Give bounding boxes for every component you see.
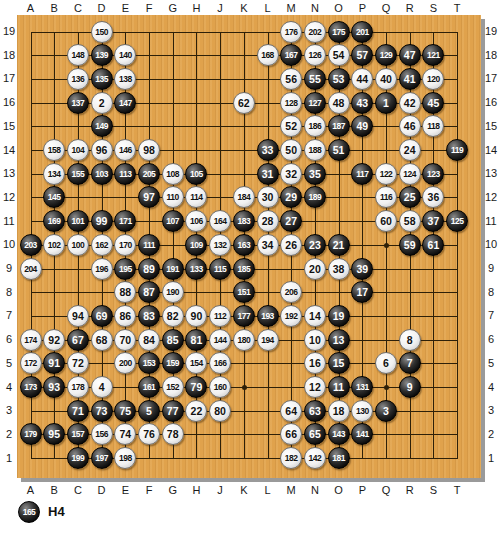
stone-B11: 169 <box>43 210 65 232</box>
stone-S13: 123 <box>422 163 444 185</box>
stone-N17: 55 <box>304 68 326 90</box>
stone-N5: 16 <box>304 352 326 374</box>
stone-L7: 193 <box>257 305 279 327</box>
stone-C16: 137 <box>67 92 89 114</box>
stone-G3: 77 <box>162 400 184 422</box>
stone-G13: 108 <box>162 163 184 185</box>
stone-R6: 8 <box>399 329 421 351</box>
stone-N18: 126 <box>304 44 326 66</box>
stone-N7: 14 <box>304 305 326 327</box>
row-label-left: 19 <box>0 25 18 38</box>
stone-P17: 44 <box>351 68 373 90</box>
stone-P19: 201 <box>351 21 373 43</box>
stone-G5: 159 <box>162 352 184 374</box>
col-label-bottom: N <box>307 484 323 497</box>
caption-stone-165: 165 <box>18 501 40 523</box>
stone-B14: 158 <box>43 139 65 161</box>
stone-M18: 167 <box>280 44 302 66</box>
stone-P9: 39 <box>351 258 373 280</box>
stone-N9: 20 <box>304 258 326 280</box>
stone-N1: 142 <box>304 447 326 469</box>
stone-Q13: 122 <box>375 163 397 185</box>
stone-H6: 81 <box>185 329 207 351</box>
stone-Q12: 116 <box>375 186 397 208</box>
stone-N14: 188 <box>304 139 326 161</box>
stone-N3: 63 <box>304 400 326 422</box>
row-label-left: 10 <box>0 238 18 251</box>
stone-D13: 103 <box>91 163 113 185</box>
row-label-right: 14 <box>482 144 500 157</box>
stone-F6: 84 <box>138 329 160 351</box>
stone-A2: 179 <box>20 423 42 445</box>
stone-C10: 100 <box>67 234 89 256</box>
stone-R17: 41 <box>399 68 421 90</box>
stone-E3: 75 <box>114 400 136 422</box>
stone-C4: 178 <box>67 376 89 398</box>
stone-K16: 62 <box>233 92 255 114</box>
stone-K10: 163 <box>233 234 255 256</box>
stone-A4: 173 <box>20 376 42 398</box>
stone-E11: 171 <box>114 210 136 232</box>
stone-N12: 189 <box>304 186 326 208</box>
row-label-right: 12 <box>482 191 500 204</box>
stone-E9: 195 <box>114 258 136 280</box>
col-label-top: B <box>46 2 62 15</box>
stone-R11: 58 <box>399 210 421 232</box>
stone-S18: 121 <box>422 44 444 66</box>
stone-Q3: 3 <box>375 400 397 422</box>
stone-L14: 33 <box>257 139 279 161</box>
stone-H5: 154 <box>185 352 207 374</box>
col-label-top: L <box>260 2 276 15</box>
stone-L6: 194 <box>257 329 279 351</box>
stone-G2: 78 <box>162 423 184 445</box>
stone-J10: 132 <box>209 234 231 256</box>
stone-R4: 9 <box>399 376 421 398</box>
stone-P4: 131 <box>351 376 373 398</box>
stone-R5: 7 <box>399 352 421 374</box>
star-point <box>242 385 247 390</box>
row-label-right: 6 <box>482 333 500 346</box>
col-label-top: N <box>307 2 323 15</box>
stone-J6: 144 <box>209 329 231 351</box>
stone-A6: 174 <box>20 329 42 351</box>
row-label-left: 14 <box>0 144 18 157</box>
col-label-bottom: J <box>212 484 228 497</box>
stone-K9: 185 <box>233 258 255 280</box>
col-label-top: A <box>23 2 39 15</box>
col-label-bottom: A <box>23 484 39 497</box>
stone-F3: 5 <box>138 400 160 422</box>
stone-F13: 205 <box>138 163 160 185</box>
col-label-top: E <box>117 2 133 15</box>
stone-F7: 83 <box>138 305 160 327</box>
stone-C7: 94 <box>67 305 89 327</box>
col-label-top: G <box>165 2 181 15</box>
row-label-left: 3 <box>0 404 18 417</box>
stone-N10: 23 <box>304 234 326 256</box>
stone-S10: 61 <box>422 234 444 256</box>
stone-O4: 11 <box>328 376 350 398</box>
stone-R18: 47 <box>399 44 421 66</box>
grid-vline <box>457 32 458 460</box>
stone-G8: 190 <box>162 281 184 303</box>
row-label-left: 9 <box>0 262 18 275</box>
stone-B5: 91 <box>43 352 65 374</box>
stone-K7: 177 <box>233 305 255 327</box>
stone-M19: 176 <box>280 21 302 43</box>
stone-C13: 155 <box>67 163 89 185</box>
row-label-right: 15 <box>482 120 500 133</box>
stone-E7: 86 <box>114 305 136 327</box>
stone-P18: 57 <box>351 44 373 66</box>
stone-F12: 97 <box>138 186 160 208</box>
stone-M17: 56 <box>280 68 302 90</box>
stone-F8: 87 <box>138 281 160 303</box>
stone-D16: 2 <box>91 92 113 114</box>
stone-S16: 45 <box>422 92 444 114</box>
row-label-right: 2 <box>482 428 500 441</box>
col-label-bottom: S <box>425 484 441 497</box>
col-label-bottom: G <box>165 484 181 497</box>
stone-S17: 120 <box>422 68 444 90</box>
row-label-right: 8 <box>482 286 500 299</box>
stone-E6: 70 <box>114 329 136 351</box>
stone-J9: 115 <box>209 258 231 280</box>
stone-E2: 74 <box>114 423 136 445</box>
col-label-bottom: H <box>188 484 204 497</box>
star-point <box>384 385 389 390</box>
col-label-bottom: M <box>283 484 299 497</box>
stone-B10: 102 <box>43 234 65 256</box>
stone-G4: 152 <box>162 376 184 398</box>
stone-N4: 12 <box>304 376 326 398</box>
col-label-top: F <box>141 2 157 15</box>
stone-O7: 19 <box>328 305 350 327</box>
stone-F4: 161 <box>138 376 160 398</box>
stone-P16: 43 <box>351 92 373 114</box>
stone-B4: 93 <box>43 376 65 398</box>
stone-M11: 27 <box>280 210 302 232</box>
stone-E16: 147 <box>114 92 136 114</box>
stone-D18: 139 <box>91 44 113 66</box>
stone-J5: 166 <box>209 352 231 374</box>
stone-D3: 73 <box>91 400 113 422</box>
stone-M1: 182 <box>280 447 302 469</box>
col-label-bottom: P <box>354 484 370 497</box>
stone-M13: 32 <box>280 163 302 185</box>
stone-E5: 200 <box>114 352 136 374</box>
row-label-right: 13 <box>482 167 500 180</box>
col-label-bottom: L <box>260 484 276 497</box>
row-label-right: 7 <box>482 309 500 322</box>
row-label-left: 8 <box>0 286 18 299</box>
stone-R14: 24 <box>399 139 421 161</box>
stone-E14: 146 <box>114 139 136 161</box>
stone-F9: 89 <box>138 258 160 280</box>
col-label-top: M <box>283 2 299 15</box>
star-point <box>384 243 389 248</box>
stone-O14: 51 <box>328 139 350 161</box>
stone-D7: 69 <box>91 305 113 327</box>
stone-G11: 107 <box>162 210 184 232</box>
stone-H3: 22 <box>185 400 207 422</box>
stone-P3: 130 <box>351 400 373 422</box>
stone-M8: 206 <box>280 281 302 303</box>
stone-C11: 101 <box>67 210 89 232</box>
row-label-left: 4 <box>0 381 18 394</box>
stone-M10: 26 <box>280 234 302 256</box>
stone-R15: 46 <box>399 115 421 137</box>
row-label-right: 11 <box>482 215 500 228</box>
row-label-right: 3 <box>482 404 500 417</box>
row-label-left: 2 <box>0 428 18 441</box>
stone-C2: 157 <box>67 423 89 445</box>
stone-S15: 118 <box>422 115 444 137</box>
col-label-bottom: C <box>70 484 86 497</box>
stone-T11: 125 <box>446 210 468 232</box>
stone-A9: 204 <box>20 258 42 280</box>
col-label-bottom: K <box>236 484 252 497</box>
stone-E8: 88 <box>114 281 136 303</box>
stone-B2: 95 <box>43 423 65 445</box>
stone-N6: 10 <box>304 329 326 351</box>
stone-H7: 90 <box>185 305 207 327</box>
stone-Q11: 60 <box>375 210 397 232</box>
row-label-left: 16 <box>0 96 18 109</box>
caption-move-location: H4 <box>48 504 65 519</box>
stone-K12: 184 <box>233 186 255 208</box>
row-label-left: 17 <box>0 72 18 85</box>
stone-D19: 150 <box>91 21 113 43</box>
stone-L18: 168 <box>257 44 279 66</box>
row-label-left: 1 <box>0 452 18 465</box>
row-label-right: 16 <box>482 96 500 109</box>
row-label-right: 10 <box>482 238 500 251</box>
stone-L10: 34 <box>257 234 279 256</box>
stone-L13: 31 <box>257 163 279 185</box>
row-label-left: 15 <box>0 120 18 133</box>
stone-R16: 42 <box>399 92 421 114</box>
stone-K11: 183 <box>233 210 255 232</box>
stone-S12: 36 <box>422 186 444 208</box>
stone-A10: 203 <box>20 234 42 256</box>
row-label-right: 9 <box>482 262 500 275</box>
stone-Q5: 6 <box>375 352 397 374</box>
stone-N2: 65 <box>304 423 326 445</box>
stone-H10: 109 <box>185 234 207 256</box>
stone-D15: 149 <box>91 115 113 137</box>
stone-J3: 80 <box>209 400 231 422</box>
stone-F10: 111 <box>138 234 160 256</box>
stone-C5: 72 <box>67 352 89 374</box>
col-label-top: T <box>449 2 465 15</box>
stone-H13: 105 <box>185 163 207 185</box>
stone-E17: 138 <box>114 68 136 90</box>
stone-O5: 15 <box>328 352 350 374</box>
stone-E10: 170 <box>114 234 136 256</box>
stone-C14: 104 <box>67 139 89 161</box>
row-label-right: 4 <box>482 381 500 394</box>
stone-F14: 98 <box>138 139 160 161</box>
stone-S11: 37 <box>422 210 444 232</box>
col-label-bottom: O <box>331 484 347 497</box>
stone-H12: 114 <box>185 186 207 208</box>
stone-B6: 92 <box>43 329 65 351</box>
stone-E1: 198 <box>114 447 136 469</box>
stone-C3: 71 <box>67 400 89 422</box>
stone-M2: 66 <box>280 423 302 445</box>
stone-D10: 162 <box>91 234 113 256</box>
col-label-top: Q <box>378 2 394 15</box>
col-label-top: R <box>402 2 418 15</box>
row-label-right: 5 <box>482 357 500 370</box>
stone-O18: 54 <box>328 44 350 66</box>
stone-K8: 151 <box>233 281 255 303</box>
row-label-left: 5 <box>0 357 18 370</box>
stone-D1: 197 <box>91 447 113 469</box>
stone-J4: 160 <box>209 376 231 398</box>
stone-F2: 76 <box>138 423 160 445</box>
row-label-left: 7 <box>0 309 18 322</box>
stone-C1: 199 <box>67 447 89 469</box>
col-label-bottom: B <box>46 484 62 497</box>
stone-M7: 192 <box>280 305 302 327</box>
stone-N16: 127 <box>304 92 326 114</box>
stone-O6: 13 <box>328 329 350 351</box>
row-label-left: 13 <box>0 167 18 180</box>
stone-M12: 29 <box>280 186 302 208</box>
col-label-top: J <box>212 2 228 15</box>
col-label-top: K <box>236 2 252 15</box>
stone-O17: 53 <box>328 68 350 90</box>
stone-N19: 202 <box>304 21 326 43</box>
row-label-left: 18 <box>0 49 18 62</box>
col-label-bottom: F <box>141 484 157 497</box>
stone-O1: 181 <box>328 447 350 469</box>
stone-J11: 164 <box>209 210 231 232</box>
row-label-right: 17 <box>482 72 500 85</box>
stone-Q18: 129 <box>375 44 397 66</box>
stone-T14: 119 <box>446 139 468 161</box>
stone-P13: 117 <box>351 163 373 185</box>
stone-O16: 48 <box>328 92 350 114</box>
stone-K6: 180 <box>233 329 255 351</box>
stone-H11: 106 <box>185 210 207 232</box>
stone-B13: 134 <box>43 163 65 185</box>
stone-L11: 28 <box>257 210 279 232</box>
col-label-bottom: T <box>449 484 465 497</box>
col-label-top: S <box>425 2 441 15</box>
stone-N13: 35 <box>304 163 326 185</box>
col-label-bottom: D <box>94 484 110 497</box>
stone-D11: 99 <box>91 210 113 232</box>
stone-C18: 148 <box>67 44 89 66</box>
stone-R13: 124 <box>399 163 421 185</box>
stone-O2: 143 <box>328 423 350 445</box>
stone-R12: 25 <box>399 186 421 208</box>
row-label-right: 1 <box>482 452 500 465</box>
col-label-top: C <box>70 2 86 15</box>
stone-D9: 196 <box>91 258 113 280</box>
stone-Q16: 1 <box>375 92 397 114</box>
stone-O19: 175 <box>328 21 350 43</box>
stone-L12: 30 <box>257 186 279 208</box>
stone-Q17: 40 <box>375 68 397 90</box>
row-label-left: 6 <box>0 333 18 346</box>
stone-G12: 110 <box>162 186 184 208</box>
col-label-bottom: E <box>117 484 133 497</box>
stone-P2: 141 <box>351 423 373 445</box>
stone-O3: 18 <box>328 400 350 422</box>
stone-C6: 67 <box>67 329 89 351</box>
stone-H9: 133 <box>185 258 207 280</box>
stone-A5: 172 <box>20 352 42 374</box>
col-label-bottom: Q <box>378 484 394 497</box>
stone-O15: 187 <box>328 115 350 137</box>
stone-D17: 135 <box>91 68 113 90</box>
stone-C17: 136 <box>67 68 89 90</box>
col-label-top: H <box>188 2 204 15</box>
stone-J7: 112 <box>209 305 231 327</box>
row-label-right: 19 <box>482 25 500 38</box>
stone-G6: 85 <box>162 329 184 351</box>
stone-O9: 38 <box>328 258 350 280</box>
row-label-right: 18 <box>482 49 500 62</box>
stone-H4: 79 <box>185 376 207 398</box>
stone-P8: 17 <box>351 281 373 303</box>
stone-F5: 153 <box>138 352 160 374</box>
stone-M3: 64 <box>280 400 302 422</box>
stone-E18: 140 <box>114 44 136 66</box>
stone-M16: 128 <box>280 92 302 114</box>
stone-B12: 145 <box>43 186 65 208</box>
stone-D4: 4 <box>91 376 113 398</box>
stone-G7: 82 <box>162 305 184 327</box>
stone-O10: 21 <box>328 234 350 256</box>
row-label-left: 12 <box>0 191 18 204</box>
kifu-diagram-page: AABBCCDDEEFFGGHHJJKKLLMMNNOOPPQQRRSSTT19… <box>0 0 500 537</box>
stone-E13: 113 <box>114 163 136 185</box>
col-label-bottom: R <box>402 484 418 497</box>
col-label-top: O <box>331 2 347 15</box>
col-label-top: P <box>354 2 370 15</box>
stone-D14: 96 <box>91 139 113 161</box>
stone-N15: 186 <box>304 115 326 137</box>
stone-D2: 156 <box>91 423 113 445</box>
stone-P15: 49 <box>351 115 373 137</box>
stone-M14: 50 <box>280 139 302 161</box>
stone-R10: 59 <box>399 234 421 256</box>
row-label-left: 11 <box>0 215 18 228</box>
stone-G9: 191 <box>162 258 184 280</box>
col-label-top: D <box>94 2 110 15</box>
stone-D6: 68 <box>91 329 113 351</box>
stone-M15: 52 <box>280 115 302 137</box>
